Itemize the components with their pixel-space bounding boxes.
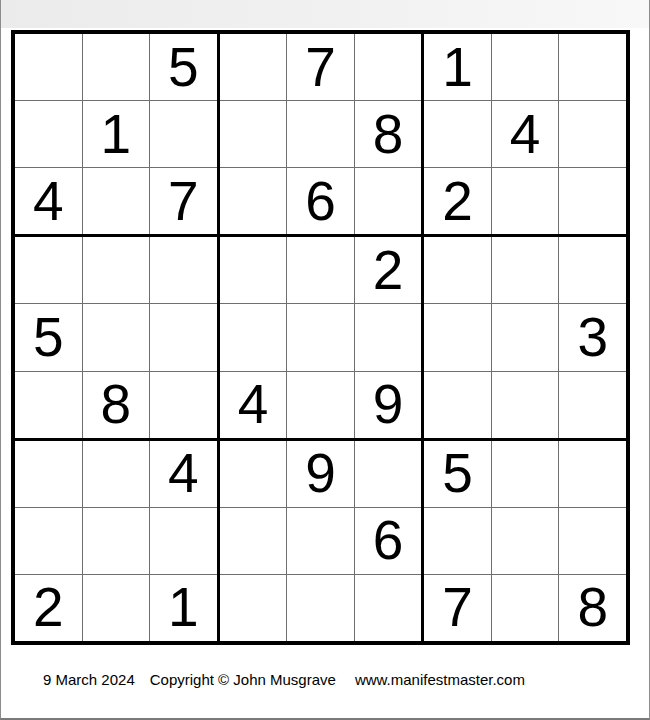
cell-r5c8[interactable] (492, 304, 559, 370)
cell-r9c7: 7 (424, 575, 491, 641)
cell-r6c7[interactable] (424, 372, 491, 438)
cell-r9c1: 2 (15, 575, 82, 641)
cell-r2c5[interactable] (287, 101, 354, 167)
cell-r4c2[interactable] (83, 237, 150, 303)
cell-r2c8: 4 (492, 101, 559, 167)
page: 514778614258249342196578 9 March 2024 Co… (0, 0, 650, 720)
cell-r7c1[interactable] (15, 441, 82, 507)
cell-r1c3: 5 (150, 34, 217, 100)
sudoku-box-8: 96 (220, 441, 422, 641)
footer: 9 March 2024 Copyright © John Musgrave w… (43, 671, 525, 691)
cell-r4c1[interactable] (15, 237, 82, 303)
cell-r7c4[interactable] (220, 441, 287, 507)
cell-r2c2: 1 (83, 101, 150, 167)
sudoku-box-3: 142 (424, 34, 626, 234)
cell-r1c5: 7 (287, 34, 354, 100)
cell-r8c3[interactable] (150, 508, 217, 574)
top-band (1, 0, 649, 28)
cell-r5c3[interactable] (150, 304, 217, 370)
cell-r5c7[interactable] (424, 304, 491, 370)
cell-r2c4[interactable] (220, 101, 287, 167)
cell-r7c2[interactable] (83, 441, 150, 507)
cell-r7c8[interactable] (492, 441, 559, 507)
cell-r5c6[interactable] (355, 304, 422, 370)
cell-r9c4[interactable] (220, 575, 287, 641)
cell-r5c1: 5 (15, 304, 82, 370)
cell-r1c6[interactable] (355, 34, 422, 100)
cell-r1c7: 1 (424, 34, 491, 100)
cell-r9c2[interactable] (83, 575, 150, 641)
sudoku-box-9: 578 (424, 441, 626, 641)
cell-r7c9[interactable] (559, 441, 626, 507)
cell-r4c3[interactable] (150, 237, 217, 303)
sudoku-box-2: 786 (220, 34, 422, 234)
cell-r1c2[interactable] (83, 34, 150, 100)
cell-r2c6: 8 (355, 101, 422, 167)
cell-r5c2[interactable] (83, 304, 150, 370)
sudoku-box-1: 5147 (15, 34, 217, 234)
cell-r5c9: 3 (559, 304, 626, 370)
cell-r7c7: 5 (424, 441, 491, 507)
cell-r3c3: 7 (150, 168, 217, 234)
footer-copyright: Copyright © John Musgrave (150, 671, 336, 688)
cell-r1c4[interactable] (220, 34, 287, 100)
cell-r3c4[interactable] (220, 168, 287, 234)
cell-r3c2[interactable] (83, 168, 150, 234)
cell-r1c1[interactable] (15, 34, 82, 100)
cell-r3c5: 6 (287, 168, 354, 234)
cell-r8c5[interactable] (287, 508, 354, 574)
cell-r6c8[interactable] (492, 372, 559, 438)
cell-r4c5[interactable] (287, 237, 354, 303)
sudoku-grid: 514778614258249342196578 (11, 30, 630, 645)
cell-r3c1: 4 (15, 168, 82, 234)
cell-r7c6[interactable] (355, 441, 422, 507)
cell-r3c8[interactable] (492, 168, 559, 234)
cell-r6c2: 8 (83, 372, 150, 438)
cell-r1c8[interactable] (492, 34, 559, 100)
cell-r9c9: 8 (559, 575, 626, 641)
cell-r4c9[interactable] (559, 237, 626, 303)
cell-r8c1[interactable] (15, 508, 82, 574)
cell-r6c1[interactable] (15, 372, 82, 438)
cell-r8c4[interactable] (220, 508, 287, 574)
sudoku-box-4: 58 (15, 237, 217, 437)
cell-r8c6: 6 (355, 508, 422, 574)
cell-r9c6[interactable] (355, 575, 422, 641)
sudoku-box-7: 421 (15, 441, 217, 641)
cell-r2c7[interactable] (424, 101, 491, 167)
cell-r5c5[interactable] (287, 304, 354, 370)
cell-r3c9[interactable] (559, 168, 626, 234)
cell-r7c5: 9 (287, 441, 354, 507)
cell-r3c6[interactable] (355, 168, 422, 234)
cell-r9c3: 1 (150, 575, 217, 641)
cell-r4c4[interactable] (220, 237, 287, 303)
cell-r6c3[interactable] (150, 372, 217, 438)
sudoku-box-6: 3 (424, 237, 626, 437)
cell-r2c3[interactable] (150, 101, 217, 167)
cell-r6c5[interactable] (287, 372, 354, 438)
cell-r5c4[interactable] (220, 304, 287, 370)
cell-r9c5[interactable] (287, 575, 354, 641)
cell-r7c3: 4 (150, 441, 217, 507)
footer-website: www.manifestmaster.com (355, 671, 525, 688)
cell-r9c8[interactable] (492, 575, 559, 641)
cell-r4c8[interactable] (492, 237, 559, 303)
cell-r6c9[interactable] (559, 372, 626, 438)
cell-r2c9[interactable] (559, 101, 626, 167)
cell-r6c6: 9 (355, 372, 422, 438)
cell-r1c9[interactable] (559, 34, 626, 100)
cell-r4c6: 2 (355, 237, 422, 303)
cell-r8c9[interactable] (559, 508, 626, 574)
footer-date: 9 March 2024 (43, 671, 135, 688)
cell-r8c7[interactable] (424, 508, 491, 574)
cell-r8c8[interactable] (492, 508, 559, 574)
sudoku-box-5: 249 (220, 237, 422, 437)
cell-r6c4: 4 (220, 372, 287, 438)
cell-r3c7: 2 (424, 168, 491, 234)
cell-r4c7[interactable] (424, 237, 491, 303)
cell-r8c2[interactable] (83, 508, 150, 574)
cell-r2c1[interactable] (15, 101, 82, 167)
